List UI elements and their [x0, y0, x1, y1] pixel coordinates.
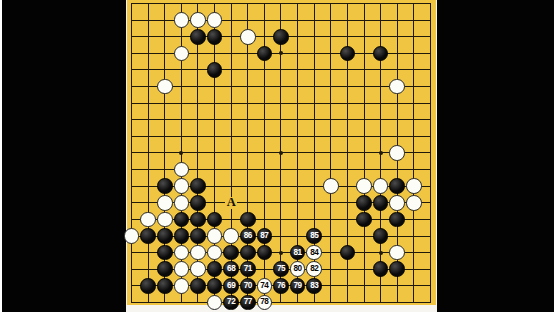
intersection-1-4[interactable] [123, 45, 140, 62]
intersection-1-6[interactable] [123, 78, 140, 95]
intersection-1-14[interactable] [123, 211, 140, 228]
intersection-9-17[interactable] [256, 261, 273, 278]
intersection-2-12[interactable] [140, 178, 157, 195]
intersection-19-7[interactable] [422, 95, 439, 112]
intersection-12-5[interactable] [306, 62, 323, 79]
intersection-4-7[interactable] [173, 95, 190, 112]
intersection-16-5[interactable] [372, 62, 389, 79]
intersection-5-8[interactable] [190, 111, 207, 128]
intersection-4-3[interactable] [173, 28, 190, 45]
intersection-1-5[interactable] [123, 62, 140, 79]
intersection-16-4 [372, 45, 389, 62]
intersection-11-8[interactable] [289, 111, 306, 128]
intersection-19-9[interactable] [422, 128, 439, 145]
intersection-15-6[interactable] [356, 78, 373, 95]
intersection-12-13[interactable] [306, 195, 323, 212]
intersection-18-11[interactable] [406, 161, 423, 178]
intersection-19-4[interactable] [422, 45, 439, 62]
intersection-15-10[interactable] [356, 145, 373, 162]
intersection-3-3[interactable] [156, 28, 173, 45]
intersection-8-1[interactable] [239, 0, 256, 12]
intersection-7-14[interactable] [223, 211, 240, 228]
intersection-13-11[interactable] [323, 161, 340, 178]
intersection-7-7[interactable] [223, 95, 240, 112]
intersection-16-17 [372, 261, 389, 278]
intersection-19-5[interactable] [422, 62, 439, 79]
intersection-11-5[interactable] [289, 62, 306, 79]
intersection-5-1[interactable] [190, 0, 207, 12]
intersection-1-16[interactable] [123, 244, 140, 261]
intersection-3-1[interactable] [156, 0, 173, 12]
intersection-11-4[interactable] [289, 45, 306, 62]
intersection-13-4[interactable] [323, 45, 340, 62]
intersection-12-10[interactable] [306, 145, 323, 162]
intersection-3-8[interactable] [156, 111, 173, 128]
intersection-17-2[interactable] [389, 12, 406, 29]
intersection-16-8[interactable] [372, 111, 389, 128]
intersection-14-5[interactable] [339, 62, 356, 79]
intersection-11-1[interactable] [289, 0, 306, 12]
intersection-19-8[interactable] [422, 111, 439, 128]
intersection-8-14 [239, 211, 256, 228]
intersection-6-9[interactable] [206, 128, 223, 145]
intersection-10-16[interactable] [273, 244, 290, 261]
intersection-15-4[interactable] [356, 45, 373, 62]
intersection-14-1[interactable] [339, 0, 356, 12]
intersection-19-10[interactable] [422, 145, 439, 162]
intersection-6-8[interactable] [206, 111, 223, 128]
intersection-11-19[interactable] [289, 294, 306, 311]
intersection-11-10[interactable] [289, 145, 306, 162]
intersection-16-2[interactable] [372, 12, 389, 29]
stone-white [406, 178, 422, 194]
intersection-3-5[interactable] [156, 62, 173, 79]
intersection-10-9[interactable] [273, 128, 290, 145]
intersection-10-13[interactable] [273, 195, 290, 212]
intersection-12-14[interactable] [306, 211, 323, 228]
intersection-7-5[interactable] [223, 62, 240, 79]
intersection-3-4[interactable] [156, 45, 173, 62]
intersection-6-7[interactable] [206, 95, 223, 112]
intersection-8-4[interactable] [239, 45, 256, 62]
intersection-9-10[interactable] [256, 145, 273, 162]
intersection-7-12[interactable] [223, 178, 240, 195]
intersection-14-13[interactable] [339, 195, 356, 212]
intersection-2-9[interactable] [140, 128, 157, 145]
intersection-18-18[interactable] [406, 278, 423, 295]
intersection-4-6[interactable] [173, 78, 190, 95]
intersection-18-16[interactable] [406, 244, 423, 261]
intersection-12-7[interactable] [306, 95, 323, 112]
intersection-8-10[interactable] [239, 145, 256, 162]
intersection-5-10[interactable] [190, 145, 207, 162]
intersection-18-7[interactable] [406, 95, 423, 112]
intersection-2-10[interactable] [140, 145, 157, 162]
intersection-5-5[interactable] [190, 62, 207, 79]
intersection-12-12[interactable] [306, 178, 323, 195]
intersection-19-14[interactable] [422, 211, 439, 228]
intersection-12-19[interactable] [306, 294, 323, 311]
intersection-18-10[interactable] [406, 145, 423, 162]
intersection-13-9[interactable] [323, 128, 340, 145]
intersection-19-3[interactable] [422, 28, 439, 45]
intersection-7-16 [223, 244, 240, 261]
intersection-7-1[interactable] [223, 0, 240, 12]
intersection-6-3 [206, 28, 223, 45]
stone-black-71: 71 [240, 261, 256, 277]
intersection-10-6[interactable] [273, 78, 290, 95]
intersection-16-10[interactable] [372, 145, 389, 162]
intersection-3-2[interactable] [156, 12, 173, 29]
intersection-13-2[interactable] [323, 12, 340, 29]
intersection-14-19[interactable] [339, 294, 356, 311]
stone-white [406, 195, 422, 211]
intersection-10-14[interactable] [273, 211, 290, 228]
intersection-9-14[interactable] [256, 211, 273, 228]
intersection-13-16[interactable] [323, 244, 340, 261]
intersection-18-14[interactable] [406, 211, 423, 228]
intersection-12-11[interactable] [306, 161, 323, 178]
intersection-14-15[interactable] [339, 228, 356, 245]
intersection-15-9[interactable] [356, 128, 373, 145]
intersection-7-4[interactable] [223, 45, 240, 62]
intersection-15-1[interactable] [356, 0, 373, 12]
intersection-16-19[interactable] [372, 294, 389, 311]
intersection-18-6[interactable] [406, 78, 423, 95]
intersection-13-19[interactable] [323, 294, 340, 311]
intersection-2-17[interactable] [140, 261, 157, 278]
stone-black-87: 87 [257, 228, 273, 244]
intersection-11-14[interactable] [289, 211, 306, 228]
intersection-18-4[interactable] [406, 45, 423, 62]
intersection-1-7[interactable] [123, 95, 140, 112]
intersection-19-13[interactable] [422, 195, 439, 212]
intersection-1-17[interactable] [123, 261, 140, 278]
intersection-4-19[interactable] [173, 294, 190, 311]
intersection-15-15[interactable] [356, 228, 373, 245]
intersection-14-9[interactable] [339, 128, 356, 145]
intersection-15-17[interactable] [356, 261, 373, 278]
intersection-12-8[interactable] [306, 111, 323, 128]
stone-black [157, 228, 173, 244]
intersection-5-7[interactable] [190, 95, 207, 112]
intersection-7-3[interactable] [223, 28, 240, 45]
intersection-14-12[interactable] [339, 178, 356, 195]
intersection-19-18[interactable] [422, 278, 439, 295]
intersection-2-2[interactable] [140, 12, 157, 29]
intersection-10-2[interactable] [273, 12, 290, 29]
stone-white [389, 145, 405, 161]
intersection-7-9[interactable] [223, 128, 240, 145]
intersection-7-11[interactable] [223, 161, 240, 178]
intersection-12-9[interactable] [306, 128, 323, 145]
move-number: 82 [310, 265, 318, 273]
intersection-13-7[interactable] [323, 95, 340, 112]
intersection-10-15[interactable] [273, 228, 290, 245]
intersection-18-8[interactable] [406, 111, 423, 128]
intersection-8-6[interactable] [239, 78, 256, 95]
intersection-15-11[interactable] [356, 161, 373, 178]
intersection-2-1[interactable] [140, 0, 157, 12]
intersection-1-3[interactable] [123, 28, 140, 45]
stone-black [190, 228, 206, 244]
intersection-14-6[interactable] [339, 78, 356, 95]
intersection-17-1[interactable] [389, 0, 406, 12]
intersection-10-11[interactable] [273, 161, 290, 178]
intersection-3-10[interactable] [156, 145, 173, 162]
intersection-13-14[interactable] [323, 211, 340, 228]
intersection-11-15[interactable] [289, 228, 306, 245]
intersection-2-7[interactable] [140, 95, 157, 112]
intersection-5-19[interactable] [190, 294, 207, 311]
stone-white [174, 12, 190, 28]
intersection-5-6[interactable] [190, 78, 207, 95]
intersection-5-4[interactable] [190, 45, 207, 62]
intersection-19-19[interactable] [422, 294, 439, 311]
intersection-2-4[interactable] [140, 45, 157, 62]
intersection-15-8[interactable] [356, 111, 373, 128]
intersection-14-14[interactable] [339, 211, 356, 228]
intersection-8-7[interactable] [239, 95, 256, 112]
intersection-6-6[interactable] [206, 78, 223, 95]
intersection-15-5[interactable] [356, 62, 373, 79]
intersection-12-4[interactable] [306, 45, 323, 62]
intersection-6-11[interactable] [206, 161, 223, 178]
intersection-10-5[interactable] [273, 62, 290, 79]
intersection-1-10[interactable] [123, 145, 140, 162]
intersection-4-10[interactable] [173, 145, 190, 162]
stone-white [373, 178, 389, 194]
intersection-17-3[interactable] [389, 28, 406, 45]
intersection-13-10[interactable] [323, 145, 340, 162]
intersection-14-3[interactable] [339, 28, 356, 45]
intersection-16-18[interactable] [372, 278, 389, 295]
intersection-4-5[interactable] [173, 62, 190, 79]
intersection-15-16[interactable] [356, 244, 373, 261]
intersection-7-15 [223, 228, 240, 245]
intersection-18-9[interactable] [406, 128, 423, 145]
intersection-9-2[interactable] [256, 12, 273, 29]
intersection-1-9[interactable] [123, 128, 140, 145]
intersection-13-8[interactable] [323, 111, 340, 128]
intersection-9-12[interactable] [256, 178, 273, 195]
intersection-9-11[interactable] [256, 161, 273, 178]
intersection-3-11[interactable] [156, 161, 173, 178]
intersection-16-3[interactable] [372, 28, 389, 45]
intersection-6-12[interactable] [206, 178, 223, 195]
intersection-19-6[interactable] [422, 78, 439, 95]
intersection-19-12[interactable] [422, 178, 439, 195]
intersection-9-7[interactable] [256, 95, 273, 112]
intersection-13-5[interactable] [323, 62, 340, 79]
intersection-12-2[interactable] [306, 12, 323, 29]
intersection-11-9[interactable] [289, 128, 306, 145]
intersection-8-8[interactable] [239, 111, 256, 128]
intersection-19-2[interactable] [422, 12, 439, 29]
intersection-19-17[interactable] [422, 261, 439, 278]
intersection-1-12[interactable] [123, 178, 140, 195]
intersection-14-18[interactable] [339, 278, 356, 295]
intersection-15-7[interactable] [356, 95, 373, 112]
intersection-13-13[interactable] [323, 195, 340, 212]
intersection-9-9[interactable] [256, 128, 273, 145]
intersection-12-6[interactable] [306, 78, 323, 95]
intersection-11-11[interactable] [289, 161, 306, 178]
intersection-13-18[interactable] [323, 278, 340, 295]
intersection-17-8[interactable] [389, 111, 406, 128]
intersection-6-4[interactable] [206, 45, 223, 62]
intersection-17-15[interactable] [389, 228, 406, 245]
intersection-2-5[interactable] [140, 62, 157, 79]
intersection-8-9[interactable] [239, 128, 256, 145]
intersection-6-1[interactable] [206, 0, 223, 12]
intersection-16-16[interactable] [372, 244, 389, 261]
intersection-16-11[interactable] [372, 161, 389, 178]
intersection-1-13[interactable] [123, 195, 140, 212]
intersection-4-16 [173, 244, 190, 261]
intersection-7-2[interactable] [223, 12, 240, 29]
intersection-9-1[interactable] [256, 0, 273, 12]
intersection-6-10[interactable] [206, 145, 223, 162]
intersection-10-8[interactable] [273, 111, 290, 128]
intersection-9-6[interactable] [256, 78, 273, 95]
intersection-16-6[interactable] [372, 78, 389, 95]
intersection-10-19[interactable] [273, 294, 290, 311]
intersection-17-11[interactable] [389, 161, 406, 178]
intersection-11-3[interactable] [289, 28, 306, 45]
intersection-1-11[interactable] [123, 161, 140, 178]
intersection-17-18[interactable] [389, 278, 406, 295]
intersection-4-8[interactable] [173, 111, 190, 128]
intersection-15-18[interactable] [356, 278, 373, 295]
intersection-8-2[interactable] [239, 12, 256, 29]
intersection-9-8[interactable] [256, 111, 273, 128]
intersection-2-13[interactable] [140, 195, 157, 212]
intersection-13-6[interactable] [323, 78, 340, 95]
intersection-16-9[interactable] [372, 128, 389, 145]
intersection-9-5[interactable] [256, 62, 273, 79]
intersection-7-8[interactable] [223, 111, 240, 128]
intersection-3-7[interactable] [156, 95, 173, 112]
intersection-11-17: 80 [289, 261, 306, 278]
intersection-13-1[interactable] [323, 0, 340, 12]
intersection-11-12[interactable] [289, 178, 306, 195]
intersection-3-9[interactable] [156, 128, 173, 145]
intersection-5-13 [190, 195, 207, 212]
intersection-1-19[interactable] [123, 294, 140, 311]
intersection-8-11[interactable] [239, 161, 256, 178]
intersection-9-3[interactable] [256, 28, 273, 45]
intersection-19-16[interactable] [422, 244, 439, 261]
intersection-2-11[interactable] [140, 161, 157, 178]
intersection-1-1[interactable] [123, 0, 140, 12]
intersection-18-3[interactable] [406, 28, 423, 45]
intersection-8-12[interactable] [239, 178, 256, 195]
intersection-11-6[interactable] [289, 78, 306, 95]
intersection-2-16[interactable] [140, 244, 157, 261]
stone-white [174, 278, 190, 294]
intersection-18-17[interactable] [406, 261, 423, 278]
intersection-18-2[interactable] [406, 12, 423, 29]
intersection-1-2[interactable] [123, 12, 140, 29]
stone-white [157, 212, 173, 228]
intersection-6-13[interactable] [206, 195, 223, 212]
intersection-11-2[interactable] [289, 12, 306, 29]
intersection-7-10[interactable] [223, 145, 240, 162]
intersection-11-7[interactable] [289, 95, 306, 112]
intersection-17-9[interactable] [389, 128, 406, 145]
intersection-1-18[interactable] [123, 278, 140, 295]
intersection-18-5[interactable] [406, 62, 423, 79]
intersection-17-5[interactable] [389, 62, 406, 79]
intersection-15-2[interactable] [356, 12, 373, 29]
intersection-2-19[interactable] [140, 294, 157, 311]
intersection-11-13[interactable] [289, 195, 306, 212]
intersection-3-19[interactable] [156, 294, 173, 311]
intersection-10-4[interactable] [273, 45, 290, 62]
intersection-18-1[interactable] [406, 0, 423, 12]
intersection-12-3[interactable] [306, 28, 323, 45]
intersection-14-10[interactable] [339, 145, 356, 162]
intersection-17-19[interactable] [389, 294, 406, 311]
intersection-10-7[interactable] [273, 95, 290, 112]
intersection-16-14[interactable] [372, 211, 389, 228]
stone-white [207, 295, 223, 311]
intersection-5-11[interactable] [190, 161, 207, 178]
intersection-16-1[interactable] [372, 0, 389, 12]
intersection-13-15[interactable] [323, 228, 340, 245]
intersection-4-1[interactable] [173, 0, 190, 12]
intersection-14-17[interactable] [339, 261, 356, 278]
intersection-9-13[interactable] [256, 195, 273, 212]
intersection-13-3[interactable] [323, 28, 340, 45]
intersection-12-1[interactable] [306, 0, 323, 12]
intersection-8-13[interactable] [239, 195, 256, 212]
stone-white [389, 245, 405, 261]
intersection-13-17[interactable] [323, 261, 340, 278]
intersection-1-8[interactable] [123, 111, 140, 128]
intersection-10-12[interactable] [273, 178, 290, 195]
intersection-16-7[interactable] [372, 95, 389, 112]
intersection-10-10[interactable] [273, 145, 290, 162]
intersection-4-9[interactable] [173, 128, 190, 145]
intersection-18-19[interactable] [406, 294, 423, 311]
intersection-15-19[interactable] [356, 294, 373, 311]
intersection-14-2[interactable] [339, 12, 356, 29]
intersection-2-8[interactable] [140, 111, 157, 128]
go-board: A86878581846871758082697074767983727778 [127, 0, 436, 305]
intersection-10-1[interactable] [273, 0, 290, 12]
intersection-14-8[interactable] [339, 111, 356, 128]
intersection-17-4[interactable] [389, 45, 406, 62]
intersection-8-5[interactable] [239, 62, 256, 79]
intersection-17-7[interactable] [389, 95, 406, 112]
intersection-18-15[interactable] [406, 228, 423, 245]
intersection-2-18 [140, 278, 157, 295]
intersection-3-13 [156, 195, 173, 212]
intersection-5-9[interactable] [190, 128, 207, 145]
intersection-19-15[interactable] [422, 228, 439, 245]
stone-white [140, 212, 156, 228]
intersection-2-6[interactable] [140, 78, 157, 95]
intersection-14-11[interactable] [339, 161, 356, 178]
intersection-15-3[interactable] [356, 28, 373, 45]
intersection-19-11[interactable] [422, 161, 439, 178]
intersection-19-1[interactable] [422, 0, 439, 12]
intersection-14-7[interactable] [339, 95, 356, 112]
intersection-7-6[interactable] [223, 78, 240, 95]
intersection-2-3[interactable] [140, 28, 157, 45]
